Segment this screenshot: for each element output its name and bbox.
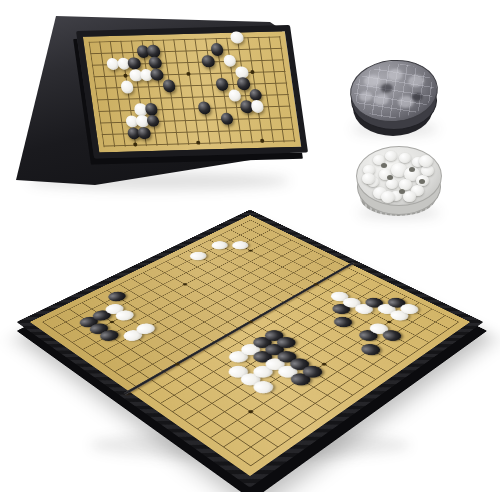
case-gap-dot: [419, 179, 425, 184]
open-board-frame: ●○○●●○○●○●○○○○●●○○●●●●○○○○●●○●○○●○●●●●○○…: [16, 210, 483, 488]
folded-board-gridlines: [89, 36, 296, 147]
open-board: ●○○●●○○●○●○○○○●●○○●●●●○○○○●●○●○○●○●●●●○○…: [16, 210, 483, 488]
white-case-lid: [356, 146, 442, 206]
black-stone: ●: [137, 127, 151, 140]
white-stone-in-case: [419, 155, 433, 167]
hoshi-point: [250, 70, 255, 74]
go-set-product-photo: ○●●●○○●●●○○○●○○●●●○●○●●●○○○●●●● ●○○●●○○●…: [0, 0, 500, 492]
white-stone-in-case: [362, 173, 375, 184]
case-gap-dot: [409, 167, 415, 172]
hoshi-point: [123, 73, 128, 77]
case-gap-dot: [399, 189, 405, 194]
case-gap-dot: [381, 163, 387, 168]
open-board-face: ●○○●●○○●○●○○○○●●○○●●●●○○○○●●○●○○●○●●●●○○…: [30, 215, 470, 476]
folded-board-face: ○●●●○○●●●○○○●○○●●●○●○●●●○○○●●●●: [76, 25, 308, 159]
white-stone-case: [356, 146, 440, 218]
case-gap-dot: [387, 175, 393, 180]
white-stone-in-case: [403, 191, 416, 202]
black-stone-case: [350, 60, 436, 136]
white-stone-in-case: [399, 153, 411, 163]
white-stone-in-case: [385, 151, 397, 161]
black-stone: ●: [236, 77, 250, 90]
white-stone-in-case: [381, 191, 395, 203]
white-stone-in-case: [386, 179, 398, 189]
